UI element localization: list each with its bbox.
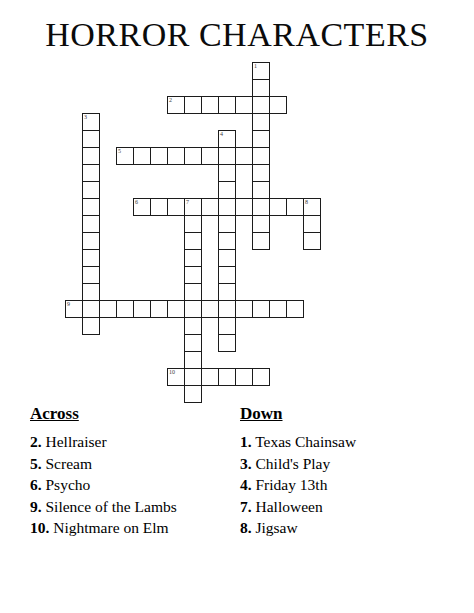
cell-number: 3 — [84, 114, 87, 121]
clue-text: Silence of the Lambs — [42, 498, 177, 515]
grid-cell[interactable] — [218, 232, 236, 250]
grid-cell[interactable] — [252, 300, 270, 318]
grid-cell[interactable] — [99, 300, 117, 318]
clue-down-4: 4. Friday 13th — [240, 474, 440, 496]
grid-cell[interactable] — [201, 368, 219, 386]
clue-number: 7. — [240, 498, 252, 515]
clue-number: 3. — [240, 455, 252, 472]
grid-cell[interactable] — [286, 198, 304, 216]
grid-cell[interactable] — [167, 300, 185, 318]
grid-cell[interactable] — [184, 351, 202, 369]
grid-cell[interactable]: 5 — [116, 147, 134, 165]
grid-cell[interactable] — [133, 147, 151, 165]
grid-cell[interactable] — [82, 283, 100, 301]
cell-number: 5 — [118, 148, 121, 155]
grid-cell[interactable]: 2 — [167, 96, 185, 114]
clue-across-6: 6. Psycho — [30, 474, 230, 496]
grid-cell[interactable]: 3 — [82, 113, 100, 131]
cell-number: 1 — [254, 63, 257, 70]
grid-cell[interactable] — [201, 147, 219, 165]
clue-number: 9. — [30, 498, 42, 515]
grid-cell[interactable] — [303, 215, 321, 233]
grid-cell[interactable] — [82, 164, 100, 182]
clue-number: 5. — [30, 455, 42, 472]
across-clues-section: Across 2. Hellraiser5. Scream6. Psycho9.… — [30, 404, 230, 539]
grid-cell[interactable] — [184, 232, 202, 250]
grid-cell[interactable] — [184, 385, 202, 403]
clue-text: Child's Play — [252, 455, 331, 472]
clue-across-10: 10. Nightmare on Elm — [30, 517, 230, 539]
page-title: HORROR CHARACTERS — [0, 16, 474, 54]
down-header: Down — [240, 404, 440, 424]
grid-cell[interactable]: 8 — [303, 198, 321, 216]
grid-cell[interactable] — [167, 198, 185, 216]
grid-cell[interactable] — [116, 300, 134, 318]
grid-cell[interactable] — [269, 300, 287, 318]
clue-number: 8. — [240, 519, 252, 536]
grid-cell[interactable] — [235, 368, 253, 386]
clue-text: Scream — [42, 455, 92, 472]
clue-text: Friday 13th — [252, 476, 328, 493]
grid-cell[interactable] — [235, 300, 253, 318]
grid-cell[interactable] — [218, 164, 236, 182]
grid-cell[interactable] — [218, 317, 236, 335]
grid-cell[interactable] — [252, 113, 270, 131]
clue-across-9: 9. Silence of the Lambs — [30, 496, 230, 518]
grid-cell[interactable] — [218, 300, 236, 318]
clue-number: 4. — [240, 476, 252, 493]
grid-cell[interactable] — [218, 266, 236, 284]
grid-cell[interactable] — [269, 198, 287, 216]
grid-cell[interactable] — [269, 96, 287, 114]
down-clues-section: Down 1. Texas Chainsaw3. Child's Play4. … — [240, 404, 440, 539]
grid-cell[interactable] — [82, 147, 100, 165]
grid-cell[interactable] — [184, 368, 202, 386]
grid-cell[interactable] — [218, 181, 236, 199]
across-clue-list: 2. Hellraiser5. Scream6. Psycho9. Silenc… — [30, 431, 230, 539]
grid-cell[interactable] — [184, 96, 202, 114]
grid-cell[interactable] — [150, 300, 168, 318]
clue-text: Nightmare on Elm — [49, 519, 168, 536]
clue-across-5: 5. Scream — [30, 453, 230, 475]
grid-cell[interactable]: 4 — [218, 130, 236, 148]
clue-number: 10. — [30, 519, 49, 536]
clue-number: 2. — [30, 433, 42, 450]
clue-number: 1. — [240, 433, 252, 450]
clue-number: 6. — [30, 476, 42, 493]
grid-cell[interactable] — [235, 96, 253, 114]
clue-down-1: 1. Texas Chainsaw — [240, 431, 440, 453]
grid-cell[interactable]: 7 — [184, 198, 202, 216]
grid-cell[interactable]: 1 — [252, 62, 270, 80]
grid-cell[interactable] — [184, 147, 202, 165]
grid-cell[interactable] — [235, 198, 253, 216]
grid-cell[interactable] — [286, 300, 304, 318]
grid-cell[interactable] — [252, 79, 270, 97]
grid-cell[interactable] — [82, 181, 100, 199]
grid-cell[interactable] — [218, 249, 236, 267]
clue-down-3: 3. Child's Play — [240, 453, 440, 475]
grid-cell[interactable] — [218, 96, 236, 114]
grid-cell[interactable] — [252, 147, 270, 165]
grid-cell[interactable] — [252, 232, 270, 250]
grid-cell[interactable] — [82, 300, 100, 318]
grid-cell[interactable] — [235, 147, 253, 165]
grid-cell[interactable] — [252, 215, 270, 233]
grid-cell[interactable] — [218, 147, 236, 165]
grid-cell[interactable] — [150, 198, 168, 216]
grid-cell[interactable] — [82, 215, 100, 233]
cell-number: 6 — [135, 199, 138, 206]
clue-down-8: 8. Jigsaw — [240, 517, 440, 539]
down-clue-list: 1. Texas Chainsaw3. Child's Play4. Frida… — [240, 431, 440, 539]
grid-cell[interactable] — [252, 130, 270, 148]
grid-cell[interactable] — [184, 317, 202, 335]
grid-cell[interactable] — [218, 334, 236, 352]
cell-number: 9 — [67, 301, 70, 308]
clue-text: Psycho — [42, 476, 91, 493]
grid-cell[interactable] — [184, 300, 202, 318]
grid-cell[interactable] — [82, 317, 100, 335]
grid-cell[interactable] — [218, 198, 236, 216]
grid-cell[interactable] — [252, 198, 270, 216]
clue-text: Halloween — [252, 498, 323, 515]
grid-cell[interactable] — [218, 283, 236, 301]
cell-number: 7 — [186, 199, 189, 206]
grid-cell[interactable] — [82, 130, 100, 148]
across-header: Across — [30, 404, 230, 424]
crossword-grid: 12345678910 — [65, 62, 321, 403]
grid-cell[interactable] — [252, 164, 270, 182]
clue-text: Hellraiser — [42, 433, 107, 450]
grid-cell[interactable]: 6 — [133, 198, 151, 216]
grid-cell[interactable] — [218, 215, 236, 233]
grid-cell[interactable] — [184, 249, 202, 267]
grid-cell[interactable]: 10 — [167, 368, 185, 386]
grid-cell[interactable] — [184, 266, 202, 284]
cell-number: 2 — [169, 97, 172, 104]
grid-cell[interactable] — [150, 147, 168, 165]
grid-cell[interactable] — [184, 283, 202, 301]
grid-cell[interactable]: 9 — [65, 300, 83, 318]
grid-cell[interactable] — [167, 147, 185, 165]
grid-cell[interactable] — [218, 368, 236, 386]
grid-cell[interactable] — [133, 300, 151, 318]
grid-cell[interactable] — [82, 266, 100, 284]
cell-number: 8 — [305, 199, 308, 206]
grid-cell[interactable] — [303, 232, 321, 250]
grid-cell[interactable] — [201, 96, 219, 114]
grid-cell[interactable] — [184, 215, 202, 233]
grid-cell[interactable] — [252, 181, 270, 199]
grid-cell[interactable] — [82, 249, 100, 267]
grid-cell[interactable] — [184, 334, 202, 352]
cell-number: 10 — [169, 369, 175, 376]
grid-cell[interactable] — [82, 198, 100, 216]
grid-cell[interactable] — [201, 198, 219, 216]
clue-across-2: 2. Hellraiser — [30, 431, 230, 453]
cell-number: 4 — [220, 131, 223, 138]
clue-down-7: 7. Halloween — [240, 496, 440, 518]
grid-cell[interactable] — [252, 368, 270, 386]
grid-cell[interactable] — [201, 300, 219, 318]
grid-cell[interactable] — [82, 232, 100, 250]
clue-text: Texas Chainsaw — [252, 433, 357, 450]
clue-text: Jigsaw — [252, 519, 298, 536]
grid-cell[interactable] — [252, 96, 270, 114]
